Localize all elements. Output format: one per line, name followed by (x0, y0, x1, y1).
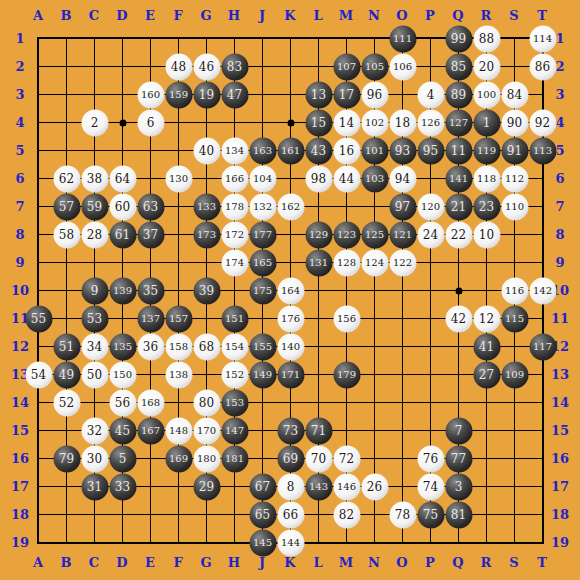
stone-N9: 124 (361, 249, 388, 276)
stone-F15: 148 (165, 417, 192, 444)
stone-N6: 103 (361, 165, 388, 192)
row-label-right-18: 18 (551, 507, 569, 522)
stone-T2: 86 (529, 53, 556, 80)
stone-H12: 154 (221, 333, 248, 360)
stone-N4: 102 (361, 109, 388, 136)
stone-J5: 163 (249, 137, 276, 164)
stone-P4: 126 (417, 109, 444, 136)
col-label-bottom-S: S (509, 555, 518, 570)
stone-S3: 84 (501, 81, 528, 108)
stone-R3: 100 (473, 81, 500, 108)
stone-M6: 44 (333, 165, 360, 192)
col-label-top-E: E (145, 8, 155, 23)
stone-L6: 98 (305, 165, 332, 192)
row-label-right-17: 17 (551, 479, 569, 494)
stone-J13: 149 (249, 361, 276, 388)
stone-Q6: 141 (445, 165, 472, 192)
stone-K12: 140 (277, 333, 304, 360)
stone-C13: 50 (81, 361, 108, 388)
stone-J12: 155 (249, 333, 276, 360)
row-label-left-17: 17 (11, 479, 29, 494)
stone-L4: 15 (305, 109, 332, 136)
col-label-bottom-G: G (200, 555, 211, 570)
stone-K15: 73 (277, 417, 304, 444)
stone-F11: 157 (165, 305, 192, 332)
stone-J7: 132 (249, 193, 276, 220)
stone-K5: 161 (277, 137, 304, 164)
row-label-left-9: 9 (15, 255, 24, 270)
stone-R8: 10 (473, 221, 500, 248)
stone-D13: 150 (109, 361, 136, 388)
stone-S6: 112 (501, 165, 528, 192)
stone-M11: 156 (333, 305, 360, 332)
stone-G14: 80 (193, 389, 220, 416)
stone-C4: 2 (81, 109, 108, 136)
star-point-D4 (119, 119, 126, 126)
stone-T4: 92 (529, 109, 556, 136)
row-label-left-2: 2 (15, 59, 24, 74)
stone-O18: 78 (389, 501, 416, 528)
stone-H16: 181 (221, 445, 248, 472)
stone-R12: 41 (473, 333, 500, 360)
col-label-bottom-A: A (33, 555, 43, 570)
stone-P16: 76 (417, 445, 444, 472)
stone-D10: 139 (109, 277, 136, 304)
stone-T5: 113 (529, 137, 556, 164)
stone-A11: 55 (25, 305, 52, 332)
row-label-left-4: 4 (15, 115, 24, 130)
stone-C17: 31 (81, 473, 108, 500)
stone-C10: 9 (81, 277, 108, 304)
stone-F2: 48 (165, 53, 192, 80)
stone-H7: 178 (221, 193, 248, 220)
stone-G5: 40 (193, 137, 220, 164)
stone-R11: 12 (473, 305, 500, 332)
stone-N8: 125 (361, 221, 388, 248)
col-label-top-C: C (89, 8, 99, 23)
row-label-right-8: 8 (555, 227, 564, 242)
stone-A13: 54 (25, 361, 52, 388)
stone-J6: 104 (249, 165, 276, 192)
stone-G10: 39 (193, 277, 220, 304)
stone-D17: 33 (109, 473, 136, 500)
col-label-bottom-T: T (537, 555, 547, 570)
row-label-right-6: 6 (555, 171, 564, 186)
stone-G15: 170 (193, 417, 220, 444)
stone-M5: 16 (333, 137, 360, 164)
col-label-bottom-R: R (481, 555, 492, 570)
row-label-left-10: 10 (11, 283, 29, 298)
stone-Q5: 11 (445, 137, 472, 164)
stone-O8: 121 (389, 221, 416, 248)
stone-M3: 17 (333, 81, 360, 108)
col-label-bottom-B: B (61, 555, 72, 570)
stone-N5: 101 (361, 137, 388, 164)
stone-B7: 57 (53, 193, 80, 220)
stone-F13: 138 (165, 361, 192, 388)
stone-O7: 97 (389, 193, 416, 220)
stone-E10: 35 (137, 277, 164, 304)
stone-R1: 88 (473, 25, 500, 52)
row-label-left-15: 15 (11, 423, 29, 438)
stone-K13: 171 (277, 361, 304, 388)
stone-N3: 96 (361, 81, 388, 108)
stone-R7: 23 (473, 193, 500, 220)
col-label-top-J: J (259, 8, 265, 23)
col-label-bottom-O: O (396, 555, 407, 570)
stone-D7: 60 (109, 193, 136, 220)
stone-P3: 4 (417, 81, 444, 108)
stone-H14: 153 (221, 389, 248, 416)
stone-J17: 67 (249, 473, 276, 500)
row-label-right-11: 11 (551, 311, 569, 326)
col-label-bottom-M: M (339, 555, 353, 570)
stone-G12: 68 (193, 333, 220, 360)
stone-F3: 159 (165, 81, 192, 108)
col-label-bottom-P: P (425, 555, 435, 570)
row-label-left-18: 18 (11, 507, 29, 522)
stone-E8: 37 (137, 221, 164, 248)
stone-M13: 179 (333, 361, 360, 388)
stone-T12: 117 (529, 333, 556, 360)
stone-H6: 166 (221, 165, 248, 192)
col-label-bottom-F: F (173, 555, 182, 570)
col-label-top-A: A (33, 8, 43, 23)
stone-S4: 90 (501, 109, 528, 136)
stone-B12: 51 (53, 333, 80, 360)
col-label-top-L: L (313, 8, 322, 23)
stone-E3: 160 (137, 81, 164, 108)
stone-O9: 122 (389, 249, 416, 276)
stone-L8: 129 (305, 221, 332, 248)
row-label-left-5: 5 (15, 143, 24, 158)
col-label-top-M: M (339, 8, 353, 23)
row-label-right-14: 14 (551, 395, 569, 410)
stone-H9: 174 (221, 249, 248, 276)
stone-T1: 114 (529, 25, 556, 52)
stone-Q16: 77 (445, 445, 472, 472)
stone-J10: 175 (249, 277, 276, 304)
row-label-right-13: 13 (551, 367, 569, 382)
col-label-top-H: H (228, 8, 240, 23)
row-label-right-2: 2 (555, 59, 564, 74)
col-label-top-G: G (200, 8, 211, 23)
row-label-right-15: 15 (551, 423, 569, 438)
col-label-top-D: D (116, 8, 127, 23)
col-label-top-N: N (368, 8, 380, 23)
stone-G8: 173 (193, 221, 220, 248)
go-board[interactable]: AABBCCDDEEFFGGHHJJKKLLMMNNOOPPQQRRSSTT11… (0, 0, 580, 580)
stone-G3: 19 (193, 81, 220, 108)
stone-E12: 36 (137, 333, 164, 360)
row-label-left-14: 14 (11, 395, 29, 410)
stone-Q11: 42 (445, 305, 472, 332)
stone-P17: 74 (417, 473, 444, 500)
stone-K18: 66 (277, 501, 304, 528)
col-label-top-K: K (284, 8, 295, 23)
stone-D16: 5 (109, 445, 136, 472)
star-point-Q10 (455, 287, 462, 294)
stone-O6: 94 (389, 165, 416, 192)
col-label-bottom-N: N (368, 555, 380, 570)
stone-R5: 119 (473, 137, 500, 164)
row-label-left-12: 12 (11, 339, 29, 354)
stone-D12: 135 (109, 333, 136, 360)
stone-P7: 120 (417, 193, 444, 220)
stone-M18: 82 (333, 501, 360, 528)
stone-H8: 172 (221, 221, 248, 248)
stone-H3: 47 (221, 81, 248, 108)
stone-M9: 128 (333, 249, 360, 276)
stone-K17: 8 (277, 473, 304, 500)
stone-D6: 64 (109, 165, 136, 192)
stone-K11: 176 (277, 305, 304, 332)
stone-C8: 28 (81, 221, 108, 248)
stone-S5: 91 (501, 137, 528, 164)
stone-L17: 143 (305, 473, 332, 500)
stone-D15: 45 (109, 417, 136, 444)
stone-Q18: 81 (445, 501, 472, 528)
row-label-left-6: 6 (15, 171, 24, 186)
col-label-top-Q: Q (452, 8, 463, 23)
stone-E4: 6 (137, 109, 164, 136)
stone-O4: 18 (389, 109, 416, 136)
stone-E11: 137 (137, 305, 164, 332)
stone-D14: 56 (109, 389, 136, 416)
col-label-bottom-E: E (145, 555, 155, 570)
stone-N17: 26 (361, 473, 388, 500)
stone-R6: 118 (473, 165, 500, 192)
row-label-left-8: 8 (15, 227, 24, 242)
stone-Q3: 89 (445, 81, 472, 108)
stone-F6: 130 (165, 165, 192, 192)
stone-P18: 75 (417, 501, 444, 528)
stone-L3: 13 (305, 81, 332, 108)
stone-O1: 111 (389, 25, 416, 52)
stone-H5: 134 (221, 137, 248, 164)
stone-Q4: 127 (445, 109, 472, 136)
stone-Q7: 21 (445, 193, 472, 220)
row-label-left-3: 3 (15, 87, 24, 102)
stone-T10: 142 (529, 277, 556, 304)
col-label-top-B: B (61, 8, 72, 23)
row-label-right-7: 7 (555, 199, 564, 214)
stone-C11: 53 (81, 305, 108, 332)
stone-L16: 70 (305, 445, 332, 472)
stone-P5: 95 (417, 137, 444, 164)
stone-R13: 27 (473, 361, 500, 388)
stone-H15: 147 (221, 417, 248, 444)
stone-M2: 107 (333, 53, 360, 80)
stone-O5: 93 (389, 137, 416, 164)
stone-J18: 65 (249, 501, 276, 528)
stone-Q8: 22 (445, 221, 472, 248)
stone-K16: 69 (277, 445, 304, 472)
row-label-right-16: 16 (551, 451, 569, 466)
stone-G16: 180 (193, 445, 220, 472)
stone-S10: 116 (501, 277, 528, 304)
stone-O2: 106 (389, 53, 416, 80)
col-label-top-T: T (537, 8, 547, 23)
stone-R4: 1 (473, 109, 500, 136)
row-label-right-1: 1 (555, 31, 564, 46)
stone-C7: 59 (81, 193, 108, 220)
stone-H13: 152 (221, 361, 248, 388)
stone-E14: 168 (137, 389, 164, 416)
col-label-bottom-H: H (228, 555, 240, 570)
stone-B14: 52 (53, 389, 80, 416)
stone-C16: 30 (81, 445, 108, 472)
stone-P8: 24 (417, 221, 444, 248)
stone-B6: 62 (53, 165, 80, 192)
stone-H11: 151 (221, 305, 248, 332)
col-label-bottom-K: K (284, 555, 295, 570)
stone-G17: 29 (193, 473, 220, 500)
stone-H2: 83 (221, 53, 248, 80)
col-label-top-R: R (481, 8, 492, 23)
stone-C15: 32 (81, 417, 108, 444)
stone-L15: 71 (305, 417, 332, 444)
row-label-left-16: 16 (11, 451, 29, 466)
stone-L9: 131 (305, 249, 332, 276)
stone-G7: 133 (193, 193, 220, 220)
stone-L5: 43 (305, 137, 332, 164)
stone-E7: 63 (137, 193, 164, 220)
stone-C12: 34 (81, 333, 108, 360)
col-label-top-F: F (173, 8, 182, 23)
row-label-left-1: 1 (15, 31, 24, 46)
row-label-right-9: 9 (555, 255, 564, 270)
stone-K19: 144 (277, 529, 304, 556)
row-label-right-19: 19 (551, 535, 569, 550)
col-label-bottom-Q: Q (452, 555, 463, 570)
stone-N2: 105 (361, 53, 388, 80)
stone-E15: 167 (137, 417, 164, 444)
stone-K10: 164 (277, 277, 304, 304)
stone-Q1: 99 (445, 25, 472, 52)
stone-Q2: 85 (445, 53, 472, 80)
stone-Q17: 3 (445, 473, 472, 500)
col-label-bottom-C: C (89, 555, 99, 570)
stone-C6: 38 (81, 165, 108, 192)
row-label-right-4: 4 (555, 115, 564, 130)
col-label-bottom-L: L (313, 555, 322, 570)
stone-B16: 79 (53, 445, 80, 472)
stone-K7: 162 (277, 193, 304, 220)
col-label-top-S: S (509, 8, 518, 23)
stone-B8: 58 (53, 221, 80, 248)
stone-S7: 110 (501, 193, 528, 220)
stone-M17: 146 (333, 473, 360, 500)
stone-R2: 20 (473, 53, 500, 80)
stone-S13: 109 (501, 361, 528, 388)
stone-J19: 145 (249, 529, 276, 556)
stone-F16: 169 (165, 445, 192, 472)
col-label-top-P: P (425, 8, 435, 23)
stone-J9: 165 (249, 249, 276, 276)
stone-M4: 14 (333, 109, 360, 136)
stone-B13: 49 (53, 361, 80, 388)
stone-S11: 115 (501, 305, 528, 332)
col-label-top-O: O (396, 8, 407, 23)
stone-G2: 46 (193, 53, 220, 80)
row-label-right-5: 5 (555, 143, 564, 158)
stone-J8: 177 (249, 221, 276, 248)
row-label-left-19: 19 (11, 535, 29, 550)
stone-F12: 158 (165, 333, 192, 360)
row-label-right-3: 3 (555, 87, 564, 102)
col-label-bottom-D: D (116, 555, 127, 570)
stone-M8: 123 (333, 221, 360, 248)
row-label-left-7: 7 (15, 199, 24, 214)
stone-D8: 61 (109, 221, 136, 248)
stone-Q15: 7 (445, 417, 472, 444)
star-point-K4 (287, 119, 294, 126)
col-label-bottom-J: J (259, 555, 265, 570)
stone-M16: 72 (333, 445, 360, 472)
